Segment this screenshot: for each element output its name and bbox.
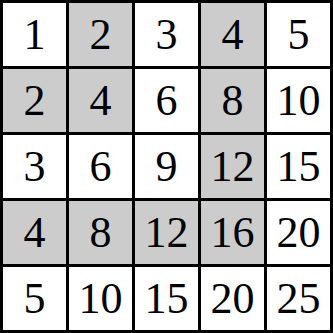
multiplication-grid: 12345246810369121548121620510152025 [0,0,333,333]
grid-cell-r4c2: 8 [69,201,132,264]
grid-cell-r5c5: 25 [267,267,330,330]
grid-cell-r4c3: 12 [135,201,198,264]
grid-cell-r1c5: 5 [267,3,330,66]
grid-cell-r3c5: 15 [267,135,330,198]
grid-cell-r4c1: 4 [3,201,66,264]
grid-cell-r5c4: 20 [201,267,264,330]
grid-cell-r2c5: 10 [267,69,330,132]
grid-cell-r3c1: 3 [3,135,66,198]
grid-cell-r2c2: 4 [69,69,132,132]
grid-cell-r2c3: 6 [135,69,198,132]
grid-cell-r1c3: 3 [135,3,198,66]
grid-cell-r3c2: 6 [69,135,132,198]
grid-cell-r3c3: 9 [135,135,198,198]
grid-cell-r1c1: 1 [3,3,66,66]
grid-cell-r2c1: 2 [3,69,66,132]
grid-cell-r5c2: 10 [69,267,132,330]
grid-cell-r5c1: 5 [3,267,66,330]
grid-cell-r1c4: 4 [201,3,264,66]
grid-cell-r3c4: 12 [201,135,264,198]
grid-cell-r5c3: 15 [135,267,198,330]
grid-cell-r4c5: 20 [267,201,330,264]
grid-cell-r2c4: 8 [201,69,264,132]
grid-cell-r4c4: 16 [201,201,264,264]
grid-cell-r1c2: 2 [69,3,132,66]
